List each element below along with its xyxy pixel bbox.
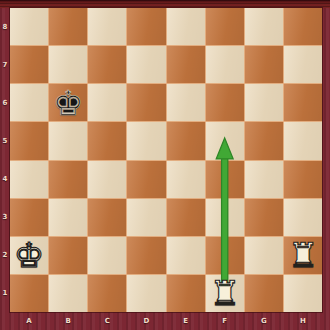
square-b2[interactable]: [49, 237, 87, 274]
square-g5[interactable]: [245, 122, 283, 159]
square-e6[interactable]: [167, 84, 205, 121]
square-a5[interactable]: [10, 122, 48, 159]
file-label-d: D: [141, 317, 151, 325]
square-b5[interactable]: [49, 122, 87, 159]
chess-app: ♚♚♜♜ 87654321ABCDEFGH: [0, 0, 330, 330]
square-f5[interactable]: [206, 122, 244, 159]
file-label-b: B: [63, 317, 73, 325]
square-c5[interactable]: [88, 122, 126, 159]
rank-label-4: 4: [0, 175, 10, 183]
square-c7[interactable]: [88, 46, 126, 83]
square-e2[interactable]: [167, 237, 205, 274]
file-label-c: C: [102, 317, 112, 325]
square-a8[interactable]: [10, 8, 48, 45]
square-f4[interactable]: [206, 161, 244, 198]
file-label-g: G: [259, 317, 269, 325]
white-rook[interactable]: ♜: [288, 238, 318, 272]
rank-label-3: 3: [0, 213, 10, 221]
square-c2[interactable]: [88, 237, 126, 274]
square-f3[interactable]: [206, 199, 244, 236]
square-h1[interactable]: [284, 275, 322, 312]
square-b4[interactable]: [49, 161, 87, 198]
rank-label-2: 2: [0, 251, 10, 259]
square-b6[interactable]: ♚: [49, 84, 87, 121]
square-b1[interactable]: [49, 275, 87, 312]
square-f8[interactable]: [206, 8, 244, 45]
square-d6[interactable]: [127, 84, 165, 121]
square-g2[interactable]: [245, 237, 283, 274]
square-a7[interactable]: [10, 46, 48, 83]
rank-label-6: 6: [0, 99, 10, 107]
square-e8[interactable]: [167, 8, 205, 45]
square-e4[interactable]: [167, 161, 205, 198]
square-h4[interactable]: [284, 161, 322, 198]
white-king[interactable]: ♚: [14, 238, 44, 272]
square-f1[interactable]: ♜: [206, 275, 244, 312]
file-label-h: H: [298, 317, 308, 325]
square-c6[interactable]: [88, 84, 126, 121]
square-h3[interactable]: [284, 199, 322, 236]
square-g1[interactable]: [245, 275, 283, 312]
square-d1[interactable]: [127, 275, 165, 312]
square-a4[interactable]: [10, 161, 48, 198]
file-label-a: A: [24, 317, 34, 325]
square-a1[interactable]: [10, 275, 48, 312]
square-d2[interactable]: [127, 237, 165, 274]
square-h8[interactable]: [284, 8, 322, 45]
square-c4[interactable]: [88, 161, 126, 198]
square-f6[interactable]: [206, 84, 244, 121]
rank-label-8: 8: [0, 23, 10, 31]
square-a3[interactable]: [10, 199, 48, 236]
square-g8[interactable]: [245, 8, 283, 45]
square-g7[interactable]: [245, 46, 283, 83]
square-c1[interactable]: [88, 275, 126, 312]
square-d8[interactable]: [127, 8, 165, 45]
square-d7[interactable]: [127, 46, 165, 83]
rank-label-7: 7: [0, 61, 10, 69]
square-g3[interactable]: [245, 199, 283, 236]
square-g6[interactable]: [245, 84, 283, 121]
square-h2[interactable]: ♜: [284, 237, 322, 274]
file-label-e: E: [181, 317, 191, 325]
square-h6[interactable]: [284, 84, 322, 121]
square-e3[interactable]: [167, 199, 205, 236]
square-d3[interactable]: [127, 199, 165, 236]
square-f2[interactable]: [206, 237, 244, 274]
square-c3[interactable]: [88, 199, 126, 236]
square-e5[interactable]: [167, 122, 205, 159]
square-a6[interactable]: [10, 84, 48, 121]
rank-label-5: 5: [0, 137, 10, 145]
square-h5[interactable]: [284, 122, 322, 159]
chess-board: ♚♚♜♜: [10, 8, 322, 312]
square-c8[interactable]: [88, 8, 126, 45]
square-e1[interactable]: [167, 275, 205, 312]
square-d5[interactable]: [127, 122, 165, 159]
square-a2[interactable]: ♚: [10, 237, 48, 274]
white-rook[interactable]: ♜: [209, 276, 239, 310]
square-d4[interactable]: [127, 161, 165, 198]
square-e7[interactable]: [167, 46, 205, 83]
rank-label-1: 1: [0, 289, 10, 297]
file-label-f: F: [220, 317, 230, 325]
square-g4[interactable]: [245, 161, 283, 198]
square-h7[interactable]: [284, 46, 322, 83]
black-king[interactable]: ♚: [53, 86, 83, 120]
square-b7[interactable]: [49, 46, 87, 83]
square-b8[interactable]: [49, 8, 87, 45]
square-b3[interactable]: [49, 199, 87, 236]
square-f7[interactable]: [206, 46, 244, 83]
